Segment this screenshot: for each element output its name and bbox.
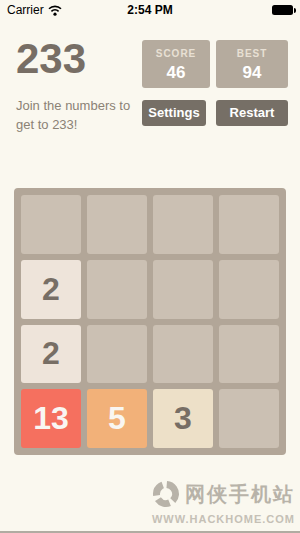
app-screen: Carrier 2:54 PM 233 Join the numbers to … bbox=[0, 0, 300, 533]
best-value: 94 bbox=[216, 63, 288, 83]
score-label: SCORE bbox=[142, 48, 210, 59]
watermark-site-name: 网侠手机站 bbox=[185, 481, 295, 508]
page-title: 233 bbox=[16, 38, 86, 80]
status-time: 2:54 PM bbox=[0, 3, 300, 17]
empty-cell bbox=[153, 325, 213, 384]
watermark-site-url: WWW.HACKHOME.COM bbox=[152, 513, 295, 525]
tile-2: 2 bbox=[21, 260, 81, 319]
empty-cell bbox=[219, 389, 279, 448]
board[interactable]: 221353 bbox=[14, 188, 286, 455]
tile-13: 13 bbox=[21, 389, 81, 448]
empty-cell bbox=[153, 195, 213, 254]
subtitle: Join the numbers to get to 233! bbox=[16, 97, 148, 135]
best-label: BEST bbox=[216, 48, 288, 59]
empty-cell bbox=[87, 260, 147, 319]
score-value: 46 bbox=[142, 63, 210, 83]
tile-3: 3 bbox=[153, 389, 213, 448]
empty-cell bbox=[219, 325, 279, 384]
battery-icon bbox=[272, 5, 293, 15]
tile-5: 5 bbox=[87, 389, 147, 448]
status-bar: Carrier 2:54 PM bbox=[0, 0, 300, 20]
watermark: 网侠手机站 WWW.HACKHOME.COM bbox=[152, 480, 295, 525]
hackhome-logo-icon bbox=[152, 480, 180, 508]
empty-cell bbox=[87, 195, 147, 254]
empty-cell bbox=[219, 260, 279, 319]
restart-button[interactable]: Restart bbox=[216, 100, 288, 126]
empty-cell bbox=[21, 195, 81, 254]
settings-button[interactable]: Settings bbox=[142, 100, 206, 126]
empty-cell bbox=[153, 260, 213, 319]
tile-2: 2 bbox=[21, 325, 81, 384]
empty-cell bbox=[219, 195, 279, 254]
best-box: BEST 94 bbox=[216, 40, 288, 88]
empty-cell bbox=[87, 325, 147, 384]
score-box: SCORE 46 bbox=[142, 40, 210, 88]
